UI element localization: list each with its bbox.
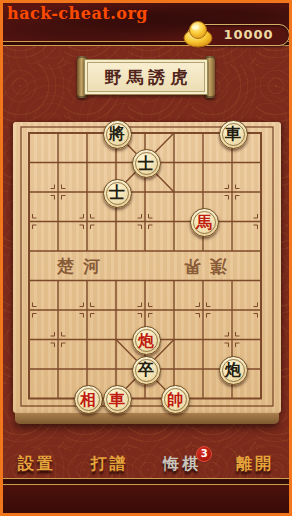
piece-black-general[interactable]: 將 xyxy=(103,120,132,149)
piece-black-advisor[interactable]: 士 xyxy=(103,179,132,208)
piece-layer: 將車士士馬炮卒炮相車帥 xyxy=(13,122,281,413)
piece-red-general[interactable]: 帥 xyxy=(161,385,190,414)
piece-black-chariot[interactable]: 車 xyxy=(219,120,248,149)
bottom-menu: 設置打譜悔棋3離開 xyxy=(0,449,292,479)
piece-black-advisor[interactable]: 士 xyxy=(132,149,161,178)
xiangqi-board[interactable]: 楚河 漢界 將車士士馬炮卒炮相車帥 xyxy=(13,122,281,413)
undo-count-badge: 3 xyxy=(196,446,212,462)
coin-balance-pill[interactable]: 10000 xyxy=(187,24,290,46)
footer-strip xyxy=(0,484,292,516)
piece-red-horse[interactable]: 馬 xyxy=(190,208,219,237)
puzzle-title: 野馬誘虎 xyxy=(100,66,193,89)
xiangqi-app-screen: hack-cheat.org 10000 野馬誘虎 楚河 漢 xyxy=(0,0,292,516)
menu-item-kifu[interactable]: 打譜 xyxy=(91,454,129,475)
menu-item-label: 打譜 xyxy=(91,454,129,473)
menu-item-label: 設置 xyxy=(18,454,56,473)
piece-black-soldier[interactable]: 卒 xyxy=(132,356,161,385)
menu-item-label: 離開 xyxy=(236,454,274,473)
piece-red-cannon[interactable]: 炮 xyxy=(132,326,161,355)
piece-red-elephant[interactable]: 相 xyxy=(74,385,103,414)
puzzle-title-banner: 野馬誘虎 xyxy=(77,56,215,98)
menu-item-leave[interactable]: 離開 xyxy=(236,454,274,475)
menu-item-settings[interactable]: 設置 xyxy=(18,454,56,475)
piece-red-chariot[interactable]: 車 xyxy=(103,385,132,414)
piece-black-cannon[interactable]: 炮 xyxy=(219,356,248,385)
watermark-text: hack-cheat.org xyxy=(7,4,148,23)
coin-count: 10000 xyxy=(214,25,283,45)
gold-ingot-icon xyxy=(181,18,215,50)
banner-parchment: 野馬誘虎 xyxy=(84,59,208,95)
bottom-divider xyxy=(0,478,292,485)
menu-item-undo[interactable]: 悔棋3 xyxy=(163,454,201,475)
